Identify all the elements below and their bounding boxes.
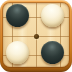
gomoku-app-icon[interactable] bbox=[0, 0, 72, 72]
white-stone[interactable] bbox=[41, 4, 64, 27]
white-stone[interactable] bbox=[6, 41, 29, 64]
stones-layer bbox=[3, 3, 69, 67]
black-stone[interactable] bbox=[41, 41, 64, 64]
go-board-surface[interactable] bbox=[3, 3, 69, 67]
black-stone[interactable] bbox=[6, 4, 29, 27]
